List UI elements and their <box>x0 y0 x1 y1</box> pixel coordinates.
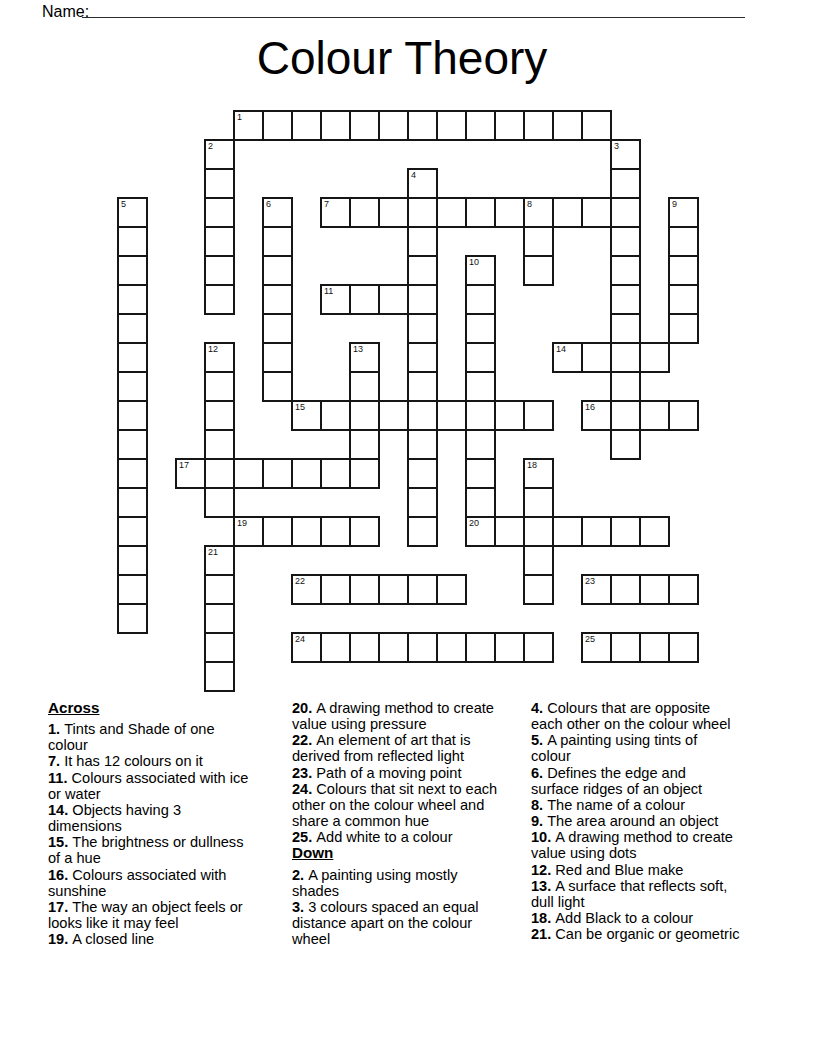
cell-r16c16[interactable]: 23 <box>581 574 612 605</box>
cell-r3c9[interactable] <box>378 197 409 228</box>
cell-r0c7[interactable] <box>320 110 351 141</box>
cell-r3c13[interactable] <box>494 197 525 228</box>
cell-r16c9[interactable] <box>378 574 409 605</box>
cell-r3c19[interactable]: 9 <box>668 197 699 228</box>
cell-r12c7[interactable] <box>320 458 351 489</box>
cell-r3c15[interactable] <box>552 197 583 228</box>
cell-r3c12[interactable] <box>465 197 496 228</box>
clue-across-16: 16.Colours associated with sunshine <box>48 867 290 899</box>
clue-number: 15 <box>295 402 305 412</box>
cell-r5c12[interactable]: 10 <box>465 255 496 286</box>
cell-r11c17[interactable] <box>610 429 641 460</box>
cell-r5c19[interactable] <box>668 255 699 286</box>
name-blank-line <box>82 17 745 18</box>
cell-r5c10[interactable] <box>407 255 438 286</box>
cell-r7c17[interactable] <box>610 313 641 344</box>
clues-column-1: Across 1.Tints and Shade of one colour 7… <box>48 700 290 947</box>
clue-number: 25 <box>585 634 595 644</box>
cell-r19c3[interactable] <box>204 661 235 692</box>
cell-r0c11[interactable] <box>436 110 467 141</box>
clue-number: 20 <box>469 518 479 528</box>
clue-number: 8 <box>527 199 532 209</box>
cell-r8c12[interactable] <box>465 342 496 373</box>
cell-r7c19[interactable] <box>668 313 699 344</box>
page-title: Colour Theory <box>0 31 804 85</box>
clue-number: 14 <box>556 344 566 354</box>
cell-r10c13[interactable] <box>494 400 525 431</box>
cell-r14c17[interactable] <box>610 516 641 547</box>
clue-text: The area around an object <box>547 813 718 829</box>
clue-number: 18. <box>531 910 551 926</box>
cell-r10c10[interactable] <box>407 400 438 431</box>
cell-r6c9[interactable] <box>378 284 409 315</box>
cell-r8c5[interactable] <box>262 342 293 373</box>
cell-r14c5[interactable] <box>262 516 293 547</box>
cell-r11c3[interactable] <box>204 429 235 460</box>
clue-number: 21. <box>531 926 551 942</box>
cell-r14c15[interactable] <box>552 516 583 547</box>
cell-r16c6[interactable]: 22 <box>291 574 322 605</box>
cell-r7c0[interactable] <box>117 313 148 344</box>
cell-r4c14[interactable] <box>523 226 554 257</box>
cell-r3c11[interactable] <box>436 197 467 228</box>
clue-number: 11. <box>48 770 67 786</box>
cell-r6c19[interactable] <box>668 284 699 315</box>
clue-number: 16. <box>48 867 68 883</box>
cell-r3c16[interactable] <box>581 197 612 228</box>
cell-r8c16[interactable] <box>581 342 612 373</box>
cell-r6c5[interactable] <box>262 284 293 315</box>
cell-r3c17[interactable] <box>610 197 641 228</box>
cell-r10c0[interactable] <box>117 400 148 431</box>
clue-number: 4. <box>531 700 543 716</box>
clues-column-2: 20.A drawing method to create value usin… <box>292 700 534 947</box>
clue-down-5: 5.A painting using tints of colour <box>531 732 773 764</box>
cell-r16c14[interactable] <box>523 574 554 605</box>
crossword-grid: 1234567891011121314151617181920212223242… <box>117 110 699 692</box>
clue-across-25: 25.Add white to a colour <box>292 829 534 845</box>
clue-text: Defines the edge and surface ridges of a… <box>531 765 702 797</box>
cell-r16c0[interactable] <box>117 574 148 605</box>
clue-number: 3 <box>614 141 619 151</box>
cell-r18c3[interactable] <box>204 632 235 663</box>
cell-r18c16[interactable]: 25 <box>581 632 612 663</box>
clue-text: 3 colours spaced an equal distance apart… <box>292 899 479 947</box>
cell-r10c19[interactable] <box>668 400 699 431</box>
cell-r13c3[interactable] <box>204 487 235 518</box>
cell-r16c18[interactable] <box>639 574 670 605</box>
cell-r14c6[interactable] <box>291 516 322 547</box>
cell-r1c3[interactable]: 2 <box>204 139 235 170</box>
cell-r7c12[interactable] <box>465 313 496 344</box>
cell-r10c3[interactable] <box>204 400 235 431</box>
cell-r5c5[interactable] <box>262 255 293 286</box>
clue-number: 9 <box>672 199 677 209</box>
clue-number: 19. <box>48 931 68 947</box>
cell-r7c5[interactable] <box>262 313 293 344</box>
cell-r16c7[interactable] <box>320 574 351 605</box>
cell-r18c13[interactable] <box>494 632 525 663</box>
clue-across-24: 24.Colours that sit next to each other o… <box>292 781 534 829</box>
clue-down-18: 18.Add Black to a colour <box>531 910 773 926</box>
cell-r6c12[interactable] <box>465 284 496 315</box>
clue-across-14: 14.Objects having 3 dimensions <box>48 802 290 834</box>
cell-r6c10[interactable] <box>407 284 438 315</box>
cell-r4c3[interactable] <box>204 226 235 257</box>
cell-r3c8[interactable] <box>349 197 380 228</box>
across-heading: Across <box>48 700 290 716</box>
cell-r0c9[interactable] <box>378 110 409 141</box>
clue-number: 10. <box>531 829 551 845</box>
clue-across-7: 7.It has 12 colours on it <box>48 753 290 769</box>
clue-down-2: 2.A painting using mostly shades <box>292 867 534 899</box>
cell-r9c17[interactable] <box>610 371 641 402</box>
cell-r12c10[interactable] <box>407 458 438 489</box>
clue-down-4: 4.Colours that are opposite each other o… <box>531 700 773 732</box>
cell-r9c12[interactable] <box>465 371 496 402</box>
cell-r2c17[interactable] <box>610 168 641 199</box>
cell-r13c12[interactable] <box>465 487 496 518</box>
cell-r18c18[interactable] <box>639 632 670 663</box>
cell-r0c14[interactable] <box>523 110 554 141</box>
cell-r6c7[interactable]: 11 <box>320 284 351 315</box>
worksheet-page: { "game": "crossword", "header": { "name… <box>0 0 816 1056</box>
cell-r16c11[interactable] <box>436 574 467 605</box>
cell-r12c4[interactable] <box>233 458 264 489</box>
cell-r4c17[interactable] <box>610 226 641 257</box>
cell-r10c8[interactable] <box>349 400 380 431</box>
cell-r7c10[interactable] <box>407 313 438 344</box>
clue-across-23: 23.Path of a moving point <box>292 765 534 781</box>
clue-number: 2. <box>292 867 304 883</box>
cell-r8c3[interactable]: 12 <box>204 342 235 373</box>
cell-r6c3[interactable] <box>204 284 235 315</box>
cell-r14c7[interactable] <box>320 516 351 547</box>
clue-number: 13 <box>353 344 363 354</box>
clue-number: 22 <box>295 576 305 586</box>
clue-number: 23. <box>292 765 312 781</box>
clue-number: 23 <box>585 576 595 586</box>
cell-r9c3[interactable] <box>204 371 235 402</box>
clue-number: 6 <box>266 199 271 209</box>
cell-r10c14[interactable] <box>523 400 554 431</box>
cell-r0c6[interactable] <box>291 110 322 141</box>
clue-down-3: 3.3 colours spaced an equal distance apa… <box>292 899 534 947</box>
clue-down-9: 9.The area around an object <box>531 813 773 829</box>
cell-r3c14[interactable]: 8 <box>523 197 554 228</box>
down-heading: Down <box>292 845 534 861</box>
cell-r8c15[interactable]: 14 <box>552 342 583 373</box>
cell-r3c0[interactable]: 5 <box>117 197 148 228</box>
cell-r14c12[interactable]: 20 <box>465 516 496 547</box>
name-label: Name: <box>42 3 89 21</box>
clue-down-8: 8.The name of a colour <box>531 797 773 813</box>
clue-text: The name of a colour <box>547 797 685 813</box>
cell-r15c3[interactable]: 21 <box>204 545 235 576</box>
cell-r14c13[interactable] <box>494 516 525 547</box>
cell-r1c17[interactable]: 3 <box>610 139 641 170</box>
cell-r18c8[interactable] <box>349 632 380 663</box>
cell-r0c8[interactable] <box>349 110 380 141</box>
cell-r13c0[interactable] <box>117 487 148 518</box>
cell-r13c10[interactable] <box>407 487 438 518</box>
cell-r9c0[interactable] <box>117 371 148 402</box>
clue-number: 2 <box>208 141 213 151</box>
clue-text: A painting using tints of colour <box>531 732 697 764</box>
clue-down-21: 21.Can be organic or geometric <box>531 926 773 942</box>
clue-number: 5. <box>531 732 543 748</box>
clue-text: It has 12 colours on it <box>64 753 203 769</box>
clue-number: 10 <box>469 257 479 267</box>
clue-text: Colours that are opposite each other on … <box>531 700 731 732</box>
clue-text: A closed line <box>72 931 154 947</box>
cell-r14c18[interactable] <box>639 516 670 547</box>
cell-r8c17[interactable] <box>610 342 641 373</box>
cell-r16c10[interactable] <box>407 574 438 605</box>
cell-r5c17[interactable] <box>610 255 641 286</box>
cell-r10c11[interactable] <box>436 400 467 431</box>
cell-r0c12[interactable] <box>465 110 496 141</box>
clue-number: 1 <box>237 112 242 122</box>
cell-r10c12[interactable] <box>465 400 496 431</box>
clue-number: 7 <box>324 199 329 209</box>
clue-down-10: 10.A drawing method to create value usin… <box>531 829 773 861</box>
cell-r10c9[interactable] <box>378 400 409 431</box>
cell-r12c2[interactable]: 17 <box>175 458 206 489</box>
clue-down-13: 13.A surface that reflects soft, dull li… <box>531 878 773 910</box>
clue-number: 24. <box>292 781 312 797</box>
clue-across-19: 19.A closed line <box>48 931 290 947</box>
clue-text: Add white to a colour <box>316 829 452 845</box>
cell-r15c0[interactable] <box>117 545 148 576</box>
cell-r8c0[interactable] <box>117 342 148 373</box>
cell-r16c17[interactable] <box>610 574 641 605</box>
cell-r17c0[interactable] <box>117 603 148 634</box>
cell-r3c5[interactable]: 6 <box>262 197 293 228</box>
cell-r5c14[interactable] <box>523 255 554 286</box>
cell-r18c17[interactable] <box>610 632 641 663</box>
clue-text: A drawing method to create value using p… <box>292 700 494 732</box>
clue-text: Path of a moving point <box>316 765 461 781</box>
cell-r18c7[interactable] <box>320 632 351 663</box>
cell-r12c3[interactable] <box>204 458 235 489</box>
cell-r14c16[interactable] <box>581 516 612 547</box>
clue-text: Colours associated with ice or water <box>48 770 248 802</box>
clue-text: Can be organic or geometric <box>555 926 739 942</box>
clue-number: 8. <box>531 797 543 813</box>
cell-r14c10[interactable] <box>407 516 438 547</box>
cell-r4c5[interactable] <box>262 226 293 257</box>
cell-r9c8[interactable] <box>349 371 380 402</box>
clue-number: 18 <box>527 460 537 470</box>
cell-r0c13[interactable] <box>494 110 525 141</box>
cell-r3c7[interactable]: 7 <box>320 197 351 228</box>
cell-r12c5[interactable] <box>262 458 293 489</box>
cell-r12c14[interactable]: 18 <box>523 458 554 489</box>
cell-r15c14[interactable] <box>523 545 554 576</box>
cell-r10c17[interactable] <box>610 400 641 431</box>
clue-text: Colours that sit next to each other on t… <box>292 781 497 829</box>
cell-r18c14[interactable] <box>523 632 554 663</box>
clue-text: The brightness or dullness of a hue <box>48 834 243 866</box>
clue-across-1: 1.Tints and Shade of one colour <box>48 721 290 753</box>
cell-r11c12[interactable] <box>465 429 496 460</box>
clue-number: 14. <box>48 802 68 818</box>
cell-r12c6[interactable] <box>291 458 322 489</box>
clue-number: 13. <box>531 878 551 894</box>
cell-r10c7[interactable] <box>320 400 351 431</box>
clue-text: A painting using mostly shades <box>292 867 457 899</box>
cell-r6c17[interactable] <box>610 284 641 315</box>
cell-r2c10[interactable]: 4 <box>407 168 438 199</box>
cell-r18c6[interactable]: 24 <box>291 632 322 663</box>
clue-text: A surface that reflects soft, dull light <box>531 878 727 910</box>
cell-r4c0[interactable] <box>117 226 148 257</box>
cell-r11c8[interactable] <box>349 429 380 460</box>
cell-r5c0[interactable] <box>117 255 148 286</box>
cell-r9c10[interactable] <box>407 371 438 402</box>
clue-across-11: 11.Colours associated with ice or water <box>48 770 290 802</box>
clue-across-15: 15.The brightness or dullness of a hue <box>48 834 290 866</box>
cell-r5c3[interactable] <box>204 255 235 286</box>
clue-number: 5 <box>121 199 126 209</box>
clue-number: 16 <box>585 402 595 412</box>
cell-r14c0[interactable] <box>117 516 148 547</box>
clue-number: 3. <box>292 899 304 915</box>
clue-number: 1. <box>48 721 60 737</box>
cell-r0c15[interactable] <box>552 110 583 141</box>
clue-number: 4 <box>411 170 416 180</box>
cell-r0c4[interactable]: 1 <box>233 110 264 141</box>
clue-number: 6. <box>531 765 543 781</box>
cell-r8c18[interactable] <box>639 342 670 373</box>
cell-r18c10[interactable] <box>407 632 438 663</box>
cell-r12c0[interactable] <box>117 458 148 489</box>
clue-down-12: 12.Red and Blue make <box>531 862 773 878</box>
clues-column-3: 4.Colours that are opposite each other o… <box>531 700 773 942</box>
clue-number: 7. <box>48 753 60 769</box>
clue-number: 21 <box>208 547 218 557</box>
clue-number: 12. <box>531 862 551 878</box>
cell-r3c3[interactable] <box>204 197 235 228</box>
clue-number: 9. <box>531 813 543 829</box>
cell-r10c16[interactable]: 16 <box>581 400 612 431</box>
cell-r0c5[interactable] <box>262 110 293 141</box>
cell-r10c18[interactable] <box>639 400 670 431</box>
cell-r14c8[interactable] <box>349 516 380 547</box>
clue-number: 20. <box>292 700 312 716</box>
cell-r8c10[interactable] <box>407 342 438 373</box>
cell-r16c3[interactable] <box>204 574 235 605</box>
clue-text: A drawing method to create value using d… <box>531 829 733 861</box>
cell-r8c8[interactable]: 13 <box>349 342 380 373</box>
cell-r0c10[interactable] <box>407 110 438 141</box>
clue-number: 24 <box>295 634 305 644</box>
cell-r18c9[interactable] <box>378 632 409 663</box>
clue-text: Red and Blue make <box>555 862 683 878</box>
clue-number: 19 <box>237 518 247 528</box>
cell-r17c3[interactable] <box>204 603 235 634</box>
clue-text: Add Black to a colour <box>555 910 693 926</box>
cell-r2c3[interactable] <box>204 168 235 199</box>
cell-r12c12[interactable] <box>465 458 496 489</box>
cell-r9c5[interactable] <box>262 371 293 402</box>
cell-r18c12[interactable] <box>465 632 496 663</box>
clue-text: An element of art that is derived from r… <box>292 732 470 764</box>
cell-r11c0[interactable] <box>117 429 148 460</box>
clue-across-20: 20.A drawing method to create value usin… <box>292 700 534 732</box>
cell-r12c8[interactable] <box>349 458 380 489</box>
cell-r18c11[interactable] <box>436 632 467 663</box>
clue-number: 22. <box>292 732 312 748</box>
clue-across-22: 22.An element of art that is derived fro… <box>292 732 534 764</box>
clue-across-17: 17.The way an object feels or looks like… <box>48 899 290 931</box>
cell-r13c14[interactable] <box>523 487 554 518</box>
clue-number: 11 <box>324 286 333 296</box>
cell-r10c6[interactable]: 15 <box>291 400 322 431</box>
clue-number: 17. <box>48 899 68 915</box>
cell-r16c8[interactable] <box>349 574 380 605</box>
cell-r0c16[interactable] <box>581 110 612 141</box>
cell-r3c10[interactable] <box>407 197 438 228</box>
cell-r4c19[interactable] <box>668 226 699 257</box>
cell-r16c19[interactable] <box>668 574 699 605</box>
cell-r4c10[interactable] <box>407 226 438 257</box>
clue-down-6: 6.Defines the edge and surface ridges of… <box>531 765 773 797</box>
cell-r14c4[interactable]: 19 <box>233 516 264 547</box>
clue-number: 17 <box>179 460 189 470</box>
cell-r6c0[interactable] <box>117 284 148 315</box>
clue-number: 15. <box>48 834 68 850</box>
cell-r18c19[interactable] <box>668 632 699 663</box>
clue-text: Colours associated with sunshine <box>48 867 226 899</box>
clue-text: The way an object feels or looks like it… <box>48 899 243 931</box>
cell-r14c14[interactable] <box>523 516 554 547</box>
clue-number: 25. <box>292 829 312 845</box>
cell-r6c8[interactable] <box>349 284 380 315</box>
clue-text: Tints and Shade of one colour <box>48 721 215 753</box>
clue-number: 12 <box>208 344 218 354</box>
cell-r11c10[interactable] <box>407 429 438 460</box>
